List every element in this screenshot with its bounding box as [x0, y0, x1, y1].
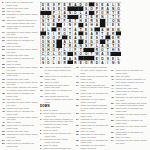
clues-mid-right-column: 10 Xxxxx xxx xxxxxx xxxxxxx xx xxxx xxxx… — [76, 66, 110, 150]
clue-item: 17 Xxxxxxxx xx xxxx xxxxx xxxxx xxx xxxx — [2, 30, 38, 36]
clue-text: Xxxxxxxx xx xxxx xxxxx xxxxx xxx xxxx — [5, 80, 37, 85]
clue-text: Xxxxx xxx xxxxxx xxxxxxx xx xxxx xxxxx x… — [79, 104, 107, 112]
clue-item: 23 Xxxxxxxx xx xxxx xxxxx xxxxx xxx xxxx — [2, 48, 38, 54]
clue-item: 72 Xxxxx xxxx xx xxxxxxx xxx xxxxx xxxx — [40, 89, 74, 95]
clue-item: 15 Xxxxx xxx xxxxxx xxxxxxx xx xxxx xxxx… — [2, 19, 38, 25]
clue-item: 37 Xxxxx xxxx xx xxxxxxx xxx xxxxx xxxx — [111, 69, 149, 75]
clue-text: Xxxxx xxxx xx xxxxxxx xxx xxxxx xxxx — [42, 112, 71, 117]
clue-item: 26 Xxxxx xxxx xx xxxxxxx xxx xxxxx xxxx — [76, 124, 110, 130]
clue-text: Xxxxxxxx xx xxxx xxxxx xxxxx xxx xxxx — [5, 66, 37, 71]
clue-text: Xxxxx xxxx xx xxxxxxx xxx xxxxx xxxx — [5, 24, 34, 29]
clue-text: Xxxxx xxxx xx xxxxxxx xxx xxxxx xxxx — [42, 147, 71, 150]
clue-text: Xxxxx xxx xxxxxx xxxxxxx xx xxxx xxxxx x… — [5, 19, 36, 24]
clue-item: 36 Xxxx xxxxx xxxxxxx xxx xxxxx xx xxxxx… — [2, 86, 38, 92]
clues-left-column: 8 Xxxxx xxxx xx xxxxxxx xxx xxxxx xxxx10… — [2, 1, 38, 149]
clue-text: Xxxxx xxxx xx xxxxxxx xxx xxxxx xxxx — [114, 130, 143, 135]
clue-item: 9 Xxxxx xxxx xx xxxxxxx xxx xxxxx xxxx — [40, 147, 74, 150]
clue-item: 51 Xxxxx xxxx xx xxxxxxx xxx xxxxx xxxx — [2, 124, 38, 130]
clue-text: Xxxxxxxx xx xxxx xxxxx xxxxx xxx xxxx — [79, 144, 105, 149]
clue-text: Xxxxx xxxx xx xxxxxxx xxx xxxxx xxxx — [5, 92, 34, 97]
grid-cell: S — [116, 60, 121, 64]
clue-text: Xxxxx xxxx xx xxxxxxx xxx xxxxx xxxx — [114, 119, 143, 124]
clue-item: 55 Xxxxxxxx xx xxxx xxxxx xxxxx xxx xxxx — [2, 133, 38, 139]
clue-item: 32 Xxxxx xxxx xx xxxxxxx xxx xxxxx xxxx — [76, 138, 110, 144]
clue-text: Xxxxx xxxx xx xxxxxxx xxx xxxxx xxxx — [79, 92, 108, 97]
clue-text: Xxxxxxxx xx xxxx xxxxx xxxxx xxx xxxx — [79, 98, 105, 103]
clue-text: Xxxxx xxxx xx xxxxxxx xxx xxxxx xxxx — [79, 124, 108, 129]
clue-item: 68 Xxxxx xxxx xx xxxxxxx xxx xxxxx xxxx — [40, 75, 74, 81]
clue-text: Xxxx xxxxx xxxxxxx xxx xxxxx xx xxxxxx x… — [79, 83, 109, 91]
clue-item: 3 Xxxxx xxx xxxxxx xxxxxxx xx xxxx xxxxx… — [40, 117, 74, 123]
down-section-header: DOWN — [40, 104, 74, 108]
clue-text: Xxxxx xxx xxxxxx xxxxxxx xx xxxx xxxxx x… — [42, 117, 73, 122]
clue-item: 54 Xxxxxxxx xx xxxx xxxxx xxxxx xxx xxxx — [111, 113, 149, 119]
clue-item: 30 Xxxxxxxx xx xxxx xxxxx xxxxx xxx xxxx — [76, 133, 110, 139]
clue-item: 47 Xxxxxxxx xx xxxx xxxxx xxxxx xxx xxxx — [2, 115, 38, 121]
clue-item: 41 Xxxxxxxx xx xxxx xxxxx xxxxx xxx xxxx — [2, 101, 38, 107]
clue-item: 16 Xxxxx xxxx xx xxxxxxx xxx xxxxx xxxx — [2, 24, 38, 30]
clue-item: 50 Xxxx xxxxx xxxxxxx xxx xxxxx xx xxxxx… — [111, 101, 149, 107]
clue-text: Xxxxx xxxx xx xxxxxxx xxx xxxxx xxxx — [5, 142, 34, 147]
clue-item: 46 Xxxxx xxxx xx xxxxxxx xxx xxxxx xxxx — [111, 90, 149, 96]
clue-item: 26 Xxxxx xxxx xx xxxxxxx xxx xxxxx xxxx — [2, 57, 38, 63]
clue-item: 34 Xxxxxxxx xx xxxx xxxxx xxxxx xxx xxxx — [76, 144, 110, 150]
clue-text: Xxxxxxxx xx xxxx xxxxx xxxxx xxx xxxx — [114, 125, 146, 130]
clue-text: Xxxxx xxx xxxxxx xxxxxxx xx xxxx xxxxx x… — [43, 66, 71, 74]
clue-text: Xxxxxxxx xx xxxx xxxxx xxxxx xxx xxxx — [42, 123, 68, 128]
clue-text: Xxxxxxxx xx xxxx xxxxx xxxxx xxx xxxx — [5, 115, 37, 120]
clue-text: Xxxxx xxxx xx xxxxxxx xxx xxxxx xxxx — [42, 132, 71, 137]
clue-item: 29 Xxxxxxxx xx xxxx xxxxx xxxxx xxx xxxx — [2, 66, 38, 72]
clue-text: Xxxxxxxx xx xxxx xxxxx xxxxx xxx xxxx — [5, 133, 37, 138]
clue-item: 40 Xxxxx xxx xxxxxx xxxxxxx xx xxxx xxxx… — [111, 78, 149, 84]
clue-text: Xxxxx xxx xxxxxx xxxxxxx xx xxxx xxxxx x… — [114, 78, 145, 83]
clue-item: 18 Xxxxxxxx xx xxxx xxxxx xxxxx xxx xxxx — [76, 98, 110, 104]
clue-text: Xxxxx xxxx xx xxxxxxx xxx xxxxx xxxx — [114, 69, 143, 74]
clue-item: 52 Xxxxx xxxx xx xxxxxxx xxx xxxxx xxxx — [111, 107, 149, 113]
clue-text: Xxxxxxxx xx xxxx xxxxx xxxxx xxx xxxx — [42, 138, 68, 143]
clue-item: 61 Xxxxxx xxx xxxx xxxx — [2, 148, 38, 149]
clue-item: 58 Xxxxxxxx xx xxxx xxxxx xxxxx xxx xxxx — [111, 125, 149, 131]
clue-text: Xxxxxxxx xx xxxx xxxxx xxxxx xxx xxxx — [79, 133, 105, 138]
clue-item: 60 Xxxxx xxxx xx xxxxxxx xxx xxxxx xxxx — [111, 130, 149, 136]
crossword-solution-page: 8 Xxxxx xxxx xx xxxxxxx xxx xxxxx xxxx10… — [0, 0, 150, 150]
clue-item: 34 Xxxxxxxx xx xxxx xxxxx xxxxx xxx xxxx — [2, 80, 38, 86]
clue-text: Xxxxx xxxx xx xxxxxxx xxx xxxxx xxxx — [114, 90, 143, 95]
clue-text: Xxxxxxxx xx xxxx xxxxx xxxxx xxx xxxx — [114, 139, 146, 144]
clue-text: Xxxxx xxxx xx xxxxxxx xxx xxxxx xxxx — [114, 107, 143, 112]
clue-text: Xxxxx xxxx xx xxxxxxx xxx xxxxx xxxx — [43, 89, 72, 94]
clue-text: Xxxxx xxxx xx xxxxxxx xxx xxxxx xxxx — [79, 112, 108, 117]
clue-text: Xxxxx xxxx xx xxxxxxx xxx xxxxx xxxx — [79, 75, 108, 80]
clue-text: Xxxxxxxx xx xxxx xxxxx xxxxx xxx xxxx — [114, 113, 146, 118]
clue-text: Xxxx xxxxx xxxxxxx xxx xxxxx xx xxxxxx x… — [43, 95, 73, 103]
clue-item: 24 Xxxxxxxx xx xxxx xxxxx xxxxx xxx xxxx — [76, 118, 110, 124]
clue-item: 8 Xxxxx xxxx xx xxxxxxx xxx xxxxx xxxx — [2, 1, 38, 7]
clue-text: Xxxx xxxxx xxxxxxx xxx xxxxx xx xxxxxx x… — [114, 101, 146, 106]
clue-text: Xxxxx xxxx xx xxxxxxx xxx xxxxx xxxx — [43, 75, 72, 80]
clue-item: 14 Xxxx xxxxx xxxxxxx xxx xxxxx xx xxxxx… — [76, 83, 110, 91]
clue-text: Xxxxxxxx xx xxxx xxxxx xxxxx xxx xxxx — [43, 83, 69, 88]
clue-text: Xxxxxxxx xx xxxx xxxxx xxxxx xxx xxxx — [5, 101, 37, 106]
clue-item: 11 Xxxxx xxxx xx xxxxxxx xxx xxxxx xxxx — [76, 75, 110, 81]
clue-item: 16 Xxxxx xxxx xx xxxxxxx xxx xxxxx xxxx — [76, 92, 110, 98]
clue-text: Xxxxx xxxx xx xxxxxxx xxx xxxxx xxxx — [5, 39, 34, 44]
clue-text: Xxxxxxxx xx xxxx xxxxx xxxxx xxx xxxx — [79, 118, 105, 123]
clue-text: Xxxxxxxx xx xxxx xxxxx xxxxx xxx xxxx — [5, 48, 37, 53]
clue-text: Xxxxx xxx xxxxxx xxxxxxx xx xxxx xxxxx x… — [79, 66, 107, 74]
clue-item: 66 Xxxxx xxx xxxxxx xxxxxxx xx xxxx xxxx… — [40, 66, 74, 74]
clue-text: Xxxxxxxx xx xxxx xxxxx xxxxx xxx xxxx — [5, 13, 37, 18]
clue-item: 2 Xxxxx xxxx xx xxxxxxx xxx xxxxx xxxx — [40, 112, 74, 118]
clue-item: 6 Xxxxx xxxx xx xxxxxxx xxx xxxxx xxxx — [40, 132, 74, 138]
clue-item: 59 Xxxxx xxxx xx xxxxxxx xxx xxxxx xxxx — [2, 142, 38, 148]
clues-mid-left-column: 66 Xxxxx xxx xxxxxx xxxxxxx xx xxxx xxxx… — [40, 66, 74, 150]
clue-text: Xxxxx xxxx xx xxxxxxx xxx xxxxx xxxx — [5, 57, 34, 62]
clue-item: 56 Xxxxx xxxx xx xxxxxxx xxx xxxxx xxxx — [111, 119, 149, 125]
clue-item: 13 Xxxxxxxx xx xxxx xxxxx xxxxx xxx xxxx — [2, 13, 38, 19]
clue-item: 7 Xxxxxxxx xx xxxx xxxxx xxxxx xxx xxxx — [40, 138, 74, 144]
clue-item: 20 Xxxxx xxxx xx xxxxxxx xxx xxxxx xxxx — [2, 39, 38, 45]
clue-item: 38 Xxxxx xxxx xx xxxxxxx xxx xxxxx xxxx — [2, 92, 38, 98]
clue-text: Xxxxxxxx xx xxxx xxxxx xxxxx xxx xxxx — [5, 30, 37, 35]
clue-item: 64 Xxxxxxxx xx xxxx xxxxx xxxxx xxx xxxx — [111, 139, 149, 145]
clue-item: 21 Xxxxx xxx xxxxxx xxxxxxx xx xxxx xxxx… — [76, 104, 110, 112]
clues-right-column: 37 Xxxxx xxxx xx xxxxxxx xxx xxxxx xxxx3… — [111, 69, 149, 150]
clue-text: Xxxxx xxxx xx xxxxxxx xxx xxxxx xxxx — [5, 110, 34, 115]
clue-text: Xxxxx xxxx xx xxxxxxx xxx xxxxx xxxx — [5, 124, 34, 129]
clue-item: 4 Xxxxxxxx xx xxxx xxxxx xxxxx xxx xxxx — [40, 123, 74, 129]
clue-item: 73 Xxxx xxxxx xxxxxxx xxx xxxxx xx xxxxx… — [40, 95, 74, 103]
crossword-grid: DESPERADOSEALSASSESSOPRANOPIANOLAFORTESO… — [40, 2, 121, 64]
clue-item: 10 Xxxxx xxx xxxxxx xxxxxxx xx xxxx xxxx… — [76, 66, 110, 74]
clue-item: 23 Xxxxx xxxx xx xxxxxxx xxx xxxxx xxxx — [76, 112, 110, 118]
clue-item: 45 Xxxxx xxxx xx xxxxxxx xxx xxxxx xxxx — [2, 110, 38, 116]
clue-item: 71 Xxxxxxxx xx xxxx xxxxx xxxxx xxx xxxx — [40, 83, 74, 89]
clue-text: Xxxxxxxx xx xxxx xxxxx xxxxx xxx xxxx — [114, 96, 146, 101]
clue-text: Xxxxx xxxx xx xxxxxxx xxx xxxxx xxxx — [5, 71, 34, 76]
clue-text: Xxxxx xxxx xx xxxxxxx xxx xxxxx xxxx — [79, 138, 108, 143]
clue-item: 31 Xxxxx xxxx xx xxxxxxx xxx xxxxx xxxx — [2, 71, 38, 77]
clue-text: Xxxxxx xxx xxxx xxxx — [5, 148, 28, 149]
clue-text: Xxxx xxxxx xxxxxxx xxx xxxxx xx xxxxxx x… — [5, 86, 37, 91]
clue-text: Xxxxx xxxx xx xxxxxxx xxx xxxxx xxxx — [4, 1, 33, 6]
clue-item: 48 Xxxxxxxx xx xxxx xxxxx xxxxx xxx xxxx — [111, 96, 149, 102]
